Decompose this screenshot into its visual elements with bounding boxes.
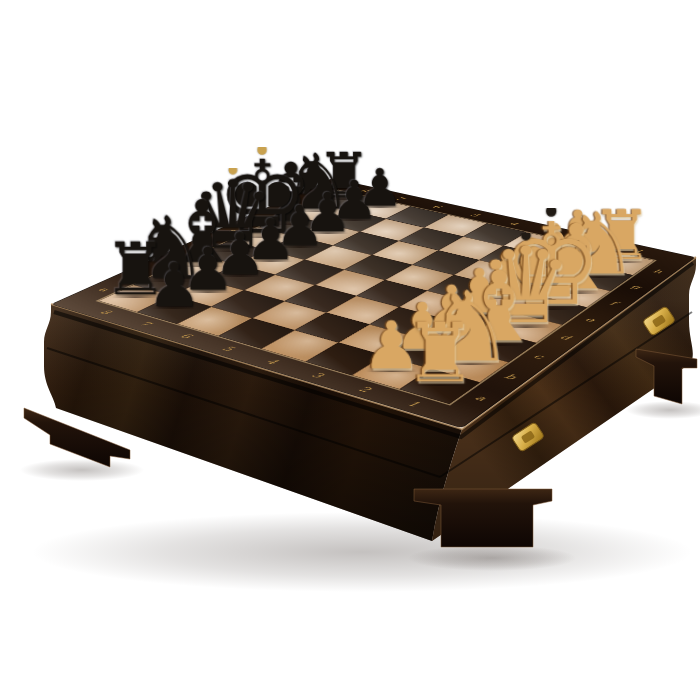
royal-finial — [258, 144, 267, 154]
rook-glyph: ♜ — [403, 313, 476, 394]
shadow-foot-right — [626, 401, 700, 419]
shadow-foot-front — [408, 545, 576, 571]
pawn-glyph: ♟ — [147, 255, 201, 316]
royal-finial — [229, 165, 237, 174]
scene: ♜♞♝♛♚♝♞♜♟♟♟♟♟♟♟♟♟♟♟♟♟♟♟♟♜♞♝♛♚♝♞♜ 8765432… — [0, 0, 700, 700]
ground-shadow — [32, 512, 692, 592]
royal-finial — [521, 230, 530, 241]
shadow-foot-left — [20, 459, 144, 481]
royal-finial — [546, 205, 556, 216]
